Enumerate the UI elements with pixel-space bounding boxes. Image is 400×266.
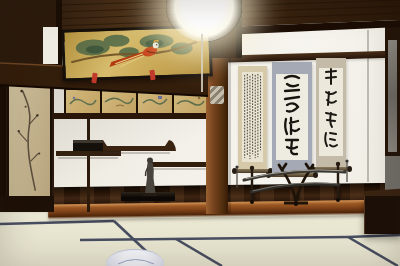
katana-lower	[251, 183, 339, 192]
floor-cushion	[106, 249, 164, 266]
red-tie	[149, 70, 155, 81]
lamp-pull-cord	[201, 34, 203, 92]
room-photo: Traditional Japanese tatami room: gold-l…	[0, 0, 400, 266]
shelf-top-rail	[54, 113, 206, 119]
sword-display	[235, 152, 350, 210]
wall-patch	[43, 27, 58, 64]
shelf-box	[73, 140, 103, 151]
upper-shelf	[96, 140, 176, 151]
wooden-box-front	[364, 196, 400, 234]
cushion-pattern	[106, 250, 164, 266]
wooden-box	[364, 190, 400, 234]
katana-upper	[244, 170, 345, 180]
shelf-post	[87, 119, 90, 212]
fusuma-bottom-rail	[0, 196, 54, 212]
statue-figurine	[139, 156, 161, 196]
